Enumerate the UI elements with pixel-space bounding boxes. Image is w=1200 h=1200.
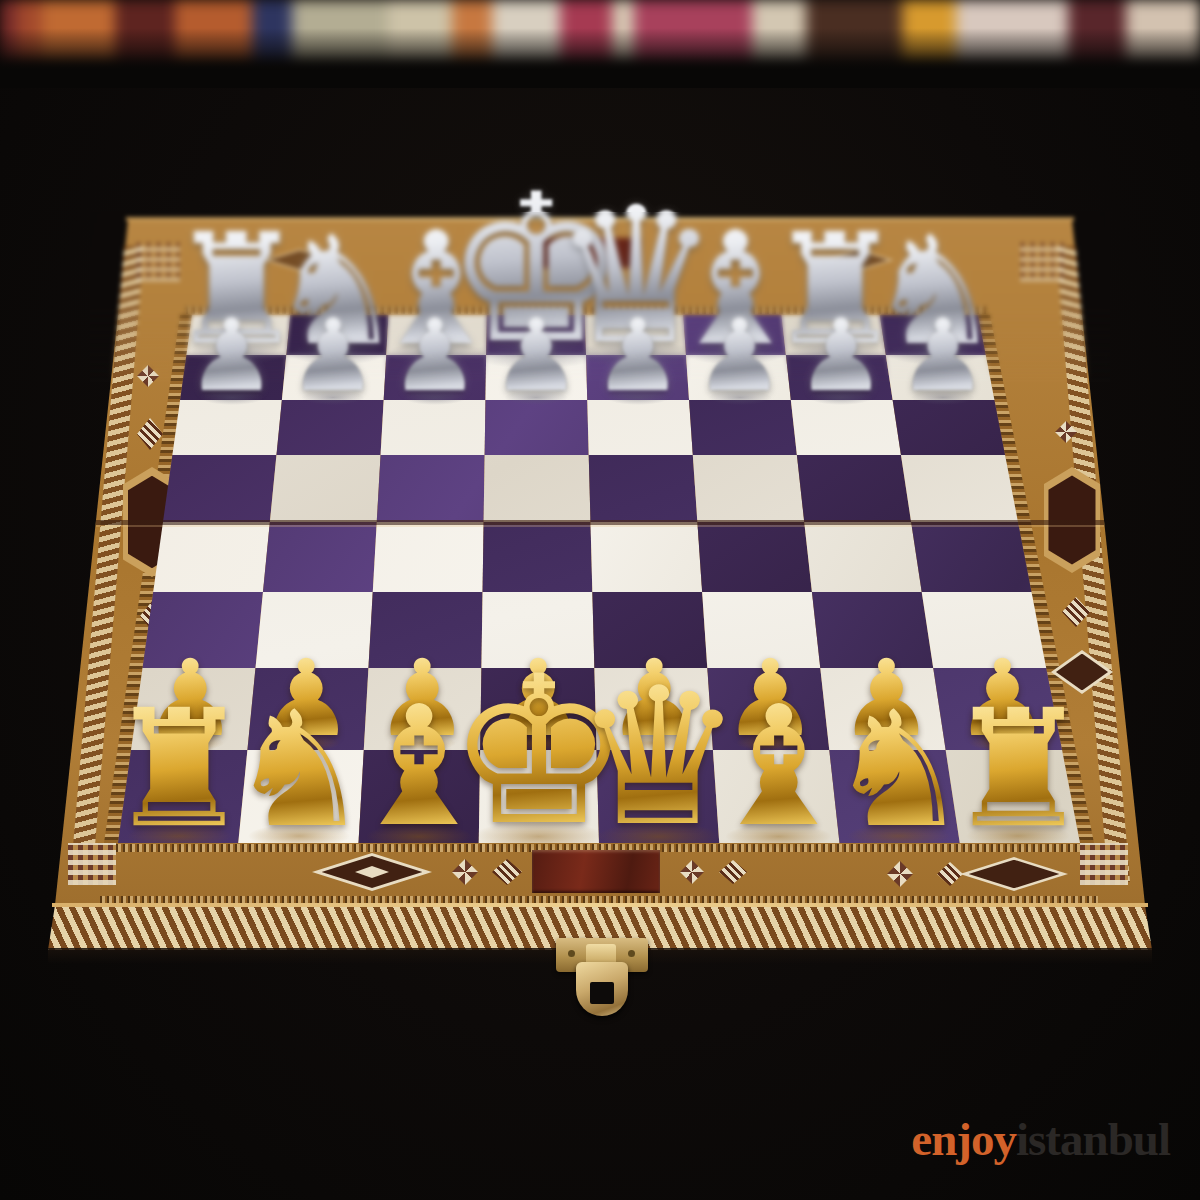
chess-board-box: ♜♞♝♚♛♝♜♞♟♟♟♟♟♟♟♟♟♟♟♟♟♟♟♟♜♞♝♚♛♝♞♜ [0, 0, 1200, 1200]
chess-piece[interactable]: ♟ [690, 306, 790, 406]
chess-piece[interactable]: ♟ [588, 306, 688, 406]
chess-piece[interactable]: ♟ [283, 306, 383, 406]
board-fold-seam-highlight [96, 525, 1104, 527]
box-side-top-lip [52, 903, 1148, 907]
photo-scene: ♜♞♝♚♛♝♜♞♟♟♟♟♟♟♟♟♟♟♟♟♟♟♟♟♜♞♝♚♛♝♞♜ enjoyis… [0, 0, 1200, 1200]
chess-piece[interactable]: ♜ [937, 688, 1099, 850]
latch-screw [628, 950, 635, 957]
chess-piece[interactable]: ♟ [893, 306, 993, 406]
chess-piece[interactable]: ♟ [486, 306, 586, 406]
chess-piece[interactable]: ♟ [182, 306, 282, 406]
inlay-corner-lattice [1020, 242, 1064, 282]
watermark-brand-secondary: istanbul [1016, 1113, 1170, 1165]
chess-piece[interactable]: ♟ [791, 306, 891, 406]
latch-screw [568, 950, 575, 957]
watermark: enjoyistanbul [911, 1112, 1170, 1166]
latch-hasp-hole [590, 982, 614, 1004]
chess-piece[interactable]: ♟ [385, 306, 485, 406]
watermark-brand-primary: enjoy [911, 1113, 1016, 1165]
